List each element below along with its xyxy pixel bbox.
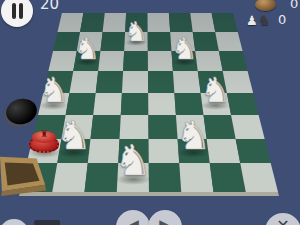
white-knight-g4[interactable]: ♞: [198, 73, 233, 108]
captured-dark-knight-icon: ♞: [258, 12, 271, 28]
partial-toolbar-icon: [34, 220, 60, 225]
next-icon: ▶: [159, 216, 171, 225]
red-marker-emblem-icon: ♜: [28, 129, 60, 139]
white-knight-b6[interactable]: ♞: [72, 35, 102, 65]
captured-white-pawn-icon: ♟: [246, 13, 258, 28]
piece-box: [0, 156, 47, 196]
captured-bottom-count: 0: [278, 12, 286, 27]
pause-icon: [12, 3, 16, 19]
white-knight-f2[interactable]: ♞: [174, 116, 214, 156]
white-knight-d1[interactable]: ♞: [112, 140, 154, 182]
game-screen: ♞♞♞♞♞♞♞♞♜ 20 0 ♟ ♞ 0 ◀ ▶ ✕: [0, 0, 300, 225]
close-icon: ✕: [276, 216, 289, 225]
red-crown-marker-a2[interactable]: ♜: [28, 128, 60, 154]
move-counter: 20: [40, 0, 59, 13]
pause-icon: [19, 3, 23, 19]
previous-icon: ◀: [127, 216, 139, 225]
white-knight-f6[interactable]: ♞: [170, 35, 200, 65]
white-knight-b2[interactable]: ♞: [54, 116, 94, 156]
white-knight-a4[interactable]: ♞: [37, 73, 72, 108]
captured-top-count: 0: [290, 0, 298, 11]
white-knight-d7[interactable]: ♞: [123, 18, 150, 45]
board-front-edge: [19, 192, 279, 196]
